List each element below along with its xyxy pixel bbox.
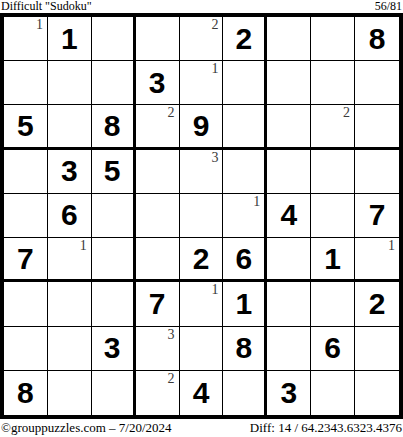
pencil-mark: 1: [36, 17, 43, 32]
given-digit: 7: [149, 289, 166, 319]
given-digit: 3: [104, 333, 121, 363]
cell-r6c8[interactable]: 1: [311, 238, 355, 282]
cell-r1c1[interactable]: 1: [4, 17, 48, 61]
given-digit: 2: [193, 244, 210, 274]
cell-r1c9[interactable]: 8: [355, 17, 399, 61]
pencil-mark: 1: [211, 282, 218, 297]
cell-r2c9[interactable]: [355, 61, 399, 105]
cell-r8c2[interactable]: [48, 327, 92, 371]
cell-r8c1[interactable]: [4, 327, 48, 371]
given-digit: 8: [236, 333, 253, 363]
cell-r3c2[interactable]: [48, 105, 92, 149]
cell-r5c7[interactable]: 4: [267, 194, 311, 238]
given-digit: 1: [236, 289, 253, 319]
given-digit: 8: [104, 111, 121, 141]
cell-r9c1[interactable]: 8: [4, 371, 48, 415]
cell-r6c1[interactable]: 7: [4, 238, 48, 282]
cell-r6c2[interactable]: 1: [48, 238, 92, 282]
cell-r3c8[interactable]: 2: [311, 105, 355, 149]
cell-r1c3[interactable]: [92, 17, 136, 61]
cell-r8c4[interactable]: 3: [136, 327, 180, 371]
cell-r1c2[interactable]: 1: [48, 17, 92, 61]
cell-r9c3[interactable]: [92, 371, 136, 415]
cell-r4c3[interactable]: 5: [92, 150, 136, 194]
cell-r9c2[interactable]: [48, 371, 92, 415]
cell-r1c6[interactable]: 2: [223, 17, 267, 61]
cell-r7c3[interactable]: [92, 282, 136, 326]
cell-r4c2[interactable]: 3: [48, 150, 92, 194]
cell-r2c1[interactable]: [4, 61, 48, 105]
cell-r3c5[interactable]: 9: [180, 105, 224, 149]
cell-r2c6[interactable]: [223, 61, 267, 105]
pencil-mark: 2: [168, 371, 175, 386]
cell-r9c5[interactable]: 4: [180, 371, 224, 415]
given-digit: 3: [149, 68, 166, 98]
given-digit: 4: [193, 378, 210, 408]
footer: ©grouppuzzles.com – 7/20/2024 Diff: 14 /…: [0, 419, 403, 437]
cell-r6c6[interactable]: 6: [223, 238, 267, 282]
cell-r4c5[interactable]: 3: [180, 150, 224, 194]
cell-r8c7[interactable]: [267, 327, 311, 371]
given-digit: 4: [280, 200, 297, 230]
cell-r2c8[interactable]: [311, 61, 355, 105]
cell-r6c7[interactable]: [267, 238, 311, 282]
cell-r2c2[interactable]: [48, 61, 92, 105]
cell-r7c2[interactable]: [48, 282, 92, 326]
cell-r7c6[interactable]: 1: [223, 282, 267, 326]
given-digit: 5: [17, 111, 34, 141]
given-digit: 8: [369, 24, 386, 54]
cell-r9c6[interactable]: [223, 371, 267, 415]
given-digit: 3: [61, 156, 78, 186]
cell-r3c1[interactable]: 5: [4, 105, 48, 149]
given-digit: 7: [369, 200, 386, 230]
cell-r9c7[interactable]: 3: [267, 371, 311, 415]
cell-r1c4[interactable]: [136, 17, 180, 61]
sudoku-board: 1122831582923536147712611711233868243: [0, 13, 403, 419]
pencil-mark: 2: [211, 17, 218, 32]
cell-r7c1[interactable]: [4, 282, 48, 326]
cell-r7c4[interactable]: 7: [136, 282, 180, 326]
cell-r6c4[interactable]: [136, 238, 180, 282]
cell-r5c5[interactable]: [180, 194, 224, 238]
cell-r8c5[interactable]: [180, 327, 224, 371]
cell-r4c7[interactable]: [267, 150, 311, 194]
cell-r2c7[interactable]: [267, 61, 311, 105]
cell-r3c3[interactable]: 8: [92, 105, 136, 149]
empty-cells-counter: 56/81: [375, 0, 403, 12]
pencil-mark: 1: [211, 61, 218, 76]
cell-r4c9[interactable]: [355, 150, 399, 194]
sudoku-grid: 1122831582923536147712611711233868243: [4, 17, 399, 415]
pencil-mark: 1: [80, 238, 87, 253]
cell-r6c5[interactable]: 2: [180, 238, 224, 282]
pencil-mark: 3: [168, 327, 175, 342]
cell-r5c8[interactable]: [311, 194, 355, 238]
cell-r3c7[interactable]: [267, 105, 311, 149]
cell-r5c2[interactable]: 6: [48, 194, 92, 238]
sudoku-page: Difficult "Sudoku" 56/81 112283158292353…: [0, 0, 403, 437]
given-digit: 2: [236, 24, 253, 54]
cell-r8c8[interactable]: 6: [311, 327, 355, 371]
cell-r8c9[interactable]: [355, 327, 399, 371]
cell-r6c3[interactable]: [92, 238, 136, 282]
cell-r2c3[interactable]: [92, 61, 136, 105]
cell-r7c9[interactable]: 2: [355, 282, 399, 326]
header: Difficult "Sudoku" 56/81: [0, 0, 403, 13]
cell-r9c4[interactable]: 2: [136, 371, 180, 415]
copyright-text: ©grouppuzzles.com – 7/20/2024: [0, 420, 172, 436]
cell-r4c6[interactable]: [223, 150, 267, 194]
page-title: Difficult "Sudoku": [0, 0, 92, 12]
cell-r4c4[interactable]: [136, 150, 180, 194]
cell-r5c9[interactable]: 7: [355, 194, 399, 238]
given-digit: 7: [17, 244, 34, 274]
cell-r5c3[interactable]: [92, 194, 136, 238]
cell-r1c5[interactable]: 2: [180, 17, 224, 61]
cell-r8c6[interactable]: 8: [223, 327, 267, 371]
cell-r6c9[interactable]: 1: [355, 238, 399, 282]
cell-r7c8[interactable]: [311, 282, 355, 326]
given-digit: 1: [324, 244, 341, 274]
cell-r5c1[interactable]: [4, 194, 48, 238]
given-digit: 1: [61, 24, 78, 54]
given-digit: 6: [324, 333, 341, 363]
cell-r3c4[interactable]: 2: [136, 105, 180, 149]
cell-r8c3[interactable]: 3: [92, 327, 136, 371]
cell-r3c6[interactable]: [223, 105, 267, 149]
pencil-mark: 1: [388, 238, 395, 253]
given-digit: 8: [17, 378, 34, 408]
given-digit: 6: [61, 200, 78, 230]
pencil-mark: 2: [343, 105, 350, 120]
cell-r1c8[interactable]: [311, 17, 355, 61]
difficulty-text: Diff: 14 / 64.2343.6323.4376: [250, 420, 403, 436]
pencil-mark: 1: [253, 194, 260, 209]
given-digit: 6: [236, 244, 253, 274]
cell-r2c5[interactable]: 1: [180, 61, 224, 105]
cell-r1c7[interactable]: [267, 17, 311, 61]
given-digit: 2: [369, 289, 386, 319]
cell-r4c1[interactable]: [4, 150, 48, 194]
cell-r9c9[interactable]: [355, 371, 399, 415]
cell-r2c4[interactable]: 3: [136, 61, 180, 105]
cell-r7c7[interactable]: [267, 282, 311, 326]
cell-r5c4[interactable]: [136, 194, 180, 238]
cell-r7c5[interactable]: 1: [180, 282, 224, 326]
cell-r4c8[interactable]: [311, 150, 355, 194]
cell-r3c9[interactable]: [355, 105, 399, 149]
cell-r5c6[interactable]: 1: [223, 194, 267, 238]
pencil-mark: 2: [168, 105, 175, 120]
given-digit: 9: [193, 111, 210, 141]
pencil-mark: 3: [211, 150, 218, 165]
cell-r9c8[interactable]: [311, 371, 355, 415]
given-digit: 3: [280, 378, 297, 408]
given-digit: 5: [104, 156, 121, 186]
